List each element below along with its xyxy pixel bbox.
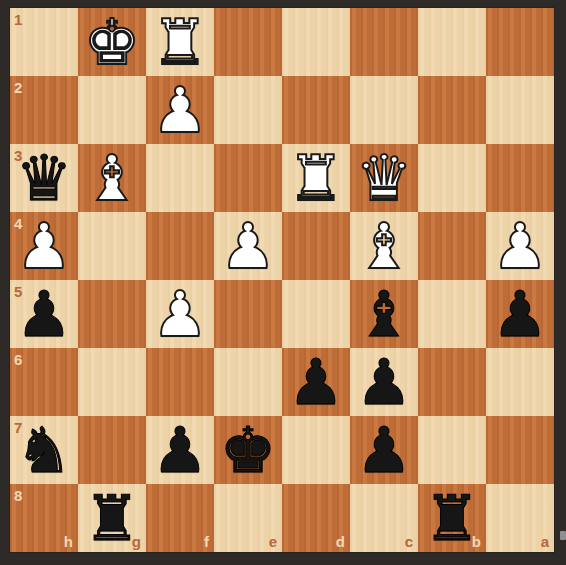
square-e1[interactable] xyxy=(214,8,282,76)
square-g3[interactable]: ♝ xyxy=(78,144,146,212)
black-pawn-c7[interactable]: ♟ xyxy=(350,416,418,484)
square-a6[interactable] xyxy=(486,348,554,416)
square-e5[interactable] xyxy=(214,280,282,348)
square-b7[interactable] xyxy=(418,416,486,484)
square-f5[interactable]: ♟ xyxy=(146,280,214,348)
file-label-d: d xyxy=(336,533,345,550)
square-a8[interactable]: a xyxy=(486,484,554,552)
black-pawn-d6[interactable]: ♟ xyxy=(282,348,350,416)
square-f8[interactable]: f xyxy=(146,484,214,552)
white-pawn-h4[interactable]: ♟ xyxy=(10,212,78,280)
square-h5[interactable]: 5♟ xyxy=(10,280,78,348)
black-pawn-h5[interactable]: ♟ xyxy=(10,280,78,348)
edge-handle xyxy=(560,531,566,540)
square-c8[interactable]: c xyxy=(350,484,418,552)
square-f1[interactable]: ♜ xyxy=(146,8,214,76)
white-rook-f1[interactable]: ♜ xyxy=(146,8,214,76)
square-e2[interactable] xyxy=(214,76,282,144)
square-b4[interactable] xyxy=(418,212,486,280)
white-pawn-f5[interactable]: ♟ xyxy=(146,280,214,348)
square-c6[interactable]: ♟ xyxy=(350,348,418,416)
file-label-f: f xyxy=(204,533,209,550)
square-f6[interactable] xyxy=(146,348,214,416)
square-d5[interactable] xyxy=(282,280,350,348)
square-e6[interactable] xyxy=(214,348,282,416)
square-a4[interactable]: ♟ xyxy=(486,212,554,280)
square-a1[interactable] xyxy=(486,8,554,76)
black-pawn-f7[interactable]: ♟ xyxy=(146,416,214,484)
rank-label-1: 1 xyxy=(14,11,22,28)
square-c4[interactable]: ♝ xyxy=(350,212,418,280)
black-knight-h7[interactable]: ♞ xyxy=(10,416,78,484)
file-label-h: h xyxy=(64,533,73,550)
square-g6[interactable] xyxy=(78,348,146,416)
square-b5[interactable] xyxy=(418,280,486,348)
rank-label-8: 8 xyxy=(14,487,22,504)
square-c5[interactable]: ♝ xyxy=(350,280,418,348)
black-rook-b8[interactable]: ♜ xyxy=(418,484,486,552)
square-e3[interactable] xyxy=(214,144,282,212)
square-d7[interactable] xyxy=(282,416,350,484)
square-c1[interactable] xyxy=(350,8,418,76)
square-b6[interactable] xyxy=(418,348,486,416)
square-a3[interactable] xyxy=(486,144,554,212)
square-b3[interactable] xyxy=(418,144,486,212)
file-label-e: e xyxy=(269,533,277,550)
square-h6[interactable]: 6 xyxy=(10,348,78,416)
white-pawn-a4[interactable]: ♟ xyxy=(486,212,554,280)
square-a2[interactable] xyxy=(486,76,554,144)
square-f3[interactable] xyxy=(146,144,214,212)
white-king-g1[interactable]: ♚ xyxy=(78,8,146,76)
file-label-a: a xyxy=(541,533,549,550)
square-h1[interactable]: 1 xyxy=(10,8,78,76)
white-pawn-f2[interactable]: ♟ xyxy=(146,76,214,144)
square-d2[interactable] xyxy=(282,76,350,144)
square-g1[interactable]: ♚ xyxy=(78,8,146,76)
square-b8[interactable]: b♜ xyxy=(418,484,486,552)
square-h2[interactable]: 2 xyxy=(10,76,78,144)
square-f2[interactable]: ♟ xyxy=(146,76,214,144)
square-e7[interactable]: ♚ xyxy=(214,416,282,484)
square-g8[interactable]: g♜ xyxy=(78,484,146,552)
square-d8[interactable]: d xyxy=(282,484,350,552)
square-c2[interactable] xyxy=(350,76,418,144)
square-e8[interactable]: e xyxy=(214,484,282,552)
square-e4[interactable]: ♟ xyxy=(214,212,282,280)
white-pawn-e4[interactable]: ♟ xyxy=(214,212,282,280)
rank-label-2: 2 xyxy=(14,79,22,96)
black-rook-g8[interactable]: ♜ xyxy=(78,484,146,552)
square-h7[interactable]: 7♞ xyxy=(10,416,78,484)
chess-board: 1♚♜2♟3♛♝♜♛4♟♟♝♟5♟♟♝♟6♟♟7♞♟♚♟8hg♜fedcb♜a xyxy=(10,8,554,552)
black-pawn-c6[interactable]: ♟ xyxy=(350,348,418,416)
square-g7[interactable] xyxy=(78,416,146,484)
square-a7[interactable] xyxy=(486,416,554,484)
square-g2[interactable] xyxy=(78,76,146,144)
square-c7[interactable]: ♟ xyxy=(350,416,418,484)
black-queen-h3[interactable]: ♛ xyxy=(10,144,78,212)
black-bishop-c5[interactable]: ♝ xyxy=(350,280,418,348)
square-g5[interactable] xyxy=(78,280,146,348)
square-h3[interactable]: 3♛ xyxy=(10,144,78,212)
square-b2[interactable] xyxy=(418,76,486,144)
square-d3[interactable]: ♜ xyxy=(282,144,350,212)
black-pawn-a5[interactable]: ♟ xyxy=(486,280,554,348)
white-bishop-c4[interactable]: ♝ xyxy=(350,212,418,280)
square-a5[interactable]: ♟ xyxy=(486,280,554,348)
square-d1[interactable] xyxy=(282,8,350,76)
square-f7[interactable]: ♟ xyxy=(146,416,214,484)
square-d6[interactable]: ♟ xyxy=(282,348,350,416)
rank-label-6: 6 xyxy=(14,351,22,368)
white-queen-c3[interactable]: ♛ xyxy=(350,144,418,212)
square-h8[interactable]: 8h xyxy=(10,484,78,552)
square-d4[interactable] xyxy=(282,212,350,280)
white-bishop-g3[interactable]: ♝ xyxy=(78,144,146,212)
square-g4[interactable] xyxy=(78,212,146,280)
square-c3[interactable]: ♛ xyxy=(350,144,418,212)
square-b1[interactable] xyxy=(418,8,486,76)
board-frame: 1♚♜2♟3♛♝♜♛4♟♟♝♟5♟♟♝♟6♟♟7♞♟♚♟8hg♜fedcb♜a xyxy=(0,0,566,565)
square-f4[interactable] xyxy=(146,212,214,280)
white-rook-d3[interactable]: ♜ xyxy=(282,144,350,212)
file-label-c: c xyxy=(405,533,413,550)
square-h4[interactable]: 4♟ xyxy=(10,212,78,280)
black-king-e7[interactable]: ♚ xyxy=(214,416,282,484)
